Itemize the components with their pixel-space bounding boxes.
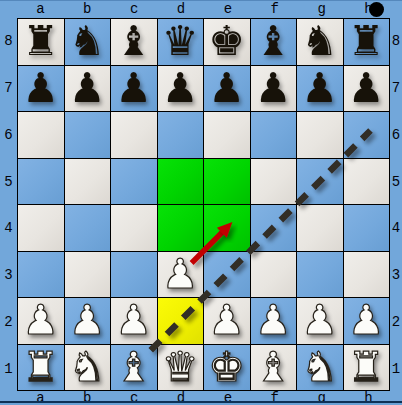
square-d8[interactable]: ♛ [158,19,204,65]
rank-label-6: 6 [0,112,17,159]
file-label-g: g [298,0,345,17]
rank-label-5: 5 [390,158,402,205]
chess-board-widget: abcdefgh abcdefgh 87654321 87654321 ♜♞♝♛… [0,0,402,405]
rank-label-6: 6 [390,112,402,159]
square-d7[interactable]: ♟ [158,66,204,112]
square-a1[interactable]: ♜ [18,345,64,391]
white-pawn-d3[interactable]: ♟ [162,254,199,295]
square-g4[interactable] [297,205,343,251]
white-bishop-f1[interactable]: ♝ [255,347,292,388]
white-rook-h1[interactable]: ♜ [348,347,385,388]
square-g8[interactable]: ♞ [297,19,343,65]
rank-label-4: 4 [390,205,402,252]
square-d3[interactable]: ♟ [158,252,204,298]
square-f5[interactable] [251,159,297,205]
square-h8[interactable]: ♜ [344,19,390,65]
white-pawn-g2[interactable]: ♟ [301,300,338,341]
square-c3[interactable] [111,252,157,298]
rank-label-4: 4 [0,205,17,252]
square-a2[interactable]: ♟ [18,298,64,344]
square-h3[interactable] [344,252,390,298]
black-pawn-e7[interactable]: ♟ [208,68,245,109]
square-a5[interactable] [18,159,64,205]
white-king-e1[interactable]: ♚ [208,347,245,388]
square-e1[interactable]: ♚ [204,345,250,391]
rank-label-2: 2 [390,299,402,346]
square-h7[interactable]: ♟ [344,66,390,112]
rank-label-5: 5 [0,158,17,205]
rank-label-7: 7 [0,65,17,112]
rank-label-7: 7 [390,65,402,112]
square-f2[interactable]: ♟ [251,298,297,344]
board-grid: ♜♞♝♛♚♝♞♜♟♟♟♟♟♟♟♟♟♟♟♟♟♟♟♟♜♞♝♛♚♝♞♜ [17,18,390,391]
square-e5[interactable] [204,159,250,205]
white-pawn-b2[interactable]: ♟ [69,300,106,341]
rank-label-1: 1 [0,345,17,392]
file-label-b: b [64,0,111,17]
square-d4[interactable] [158,205,204,251]
rank-label-3: 3 [0,252,17,299]
square-g1[interactable]: ♞ [297,345,343,391]
square-h6[interactable] [344,112,390,158]
square-c8[interactable]: ♝ [111,19,157,65]
square-b5[interactable] [65,159,111,205]
square-b3[interactable] [65,252,111,298]
square-b8[interactable]: ♞ [65,19,111,65]
black-bishop-f8[interactable]: ♝ [255,21,292,62]
square-c2[interactable]: ♟ [111,298,157,344]
square-a8[interactable]: ♜ [18,19,64,65]
rank-label-1: 1 [390,345,402,392]
square-h1[interactable]: ♜ [344,345,390,391]
file-label-c: c [111,0,158,17]
black-pawn-h7[interactable]: ♟ [348,68,385,109]
square-e6[interactable] [204,112,250,158]
white-pawn-c2[interactable]: ♟ [115,300,152,341]
square-g2[interactable]: ♟ [297,298,343,344]
square-f4[interactable] [251,205,297,251]
file-label-d: d [158,0,205,17]
square-e7[interactable]: ♟ [204,66,250,112]
rank-label-3: 3 [390,252,402,299]
square-b4[interactable] [65,205,111,251]
rank-label-8: 8 [0,18,17,65]
black-king-e8[interactable]: ♚ [208,21,245,62]
square-a4[interactable] [18,205,64,251]
file-label-e: e [205,0,252,17]
rank-label-2: 2 [0,299,17,346]
square-a6[interactable] [18,112,64,158]
square-a7[interactable]: ♟ [18,66,64,112]
white-pawn-f2[interactable]: ♟ [255,300,292,341]
square-c4[interactable] [111,205,157,251]
square-e8[interactable]: ♚ [204,19,250,65]
square-d6[interactable] [158,112,204,158]
square-c5[interactable] [111,159,157,205]
square-d5[interactable] [158,159,204,205]
square-g7[interactable]: ♟ [297,66,343,112]
square-e4[interactable] [204,205,250,251]
square-b2[interactable]: ♟ [65,298,111,344]
black-rook-a8[interactable]: ♜ [22,21,59,62]
square-e2[interactable]: ♟ [204,298,250,344]
square-g3[interactable] [297,252,343,298]
square-b7[interactable]: ♟ [65,66,111,112]
white-pawn-a2[interactable]: ♟ [22,300,59,341]
black-pawn-a7[interactable]: ♟ [22,68,59,109]
white-pawn-e2[interactable]: ♟ [208,300,245,341]
square-a3[interactable] [18,252,64,298]
widget-bottom-edge [0,401,402,405]
file-labels-top: abcdefgh [17,0,392,17]
square-d1[interactable]: ♛ [158,345,204,391]
white-rook-a1[interactable]: ♜ [22,347,59,388]
square-g6[interactable] [297,112,343,158]
black-rook-h8[interactable]: ♜ [348,21,385,62]
square-e3[interactable] [204,252,250,298]
square-c7[interactable]: ♟ [111,66,157,112]
file-label-a: a [17,0,64,17]
black-to-move-indicator-icon [369,2,384,17]
black-knight-g8[interactable]: ♞ [301,21,338,62]
white-pawn-h2[interactable]: ♟ [348,300,385,341]
white-knight-b1[interactable]: ♞ [69,347,106,388]
black-pawn-g7[interactable]: ♟ [301,68,338,109]
square-h4[interactable] [344,205,390,251]
rank-labels-right: 87654321 [390,18,402,392]
white-knight-g1[interactable]: ♞ [301,347,338,388]
black-pawn-b7[interactable]: ♟ [69,68,106,109]
square-g5[interactable] [297,159,343,205]
square-f3[interactable] [251,252,297,298]
square-c6[interactable] [111,112,157,158]
square-b6[interactable] [65,112,111,158]
square-h2[interactable]: ♟ [344,298,390,344]
white-queen-d1[interactable]: ♛ [162,347,199,388]
square-c1[interactable]: ♝ [111,345,157,391]
black-pawn-d7[interactable]: ♟ [162,68,199,109]
square-f1[interactable]: ♝ [251,345,297,391]
black-queen-d8[interactable]: ♛ [162,21,199,62]
black-knight-b8[interactable]: ♞ [69,21,106,62]
black-pawn-f7[interactable]: ♟ [255,68,292,109]
rank-labels-left: 87654321 [0,18,17,392]
file-label-f: f [251,0,298,17]
rank-label-8: 8 [390,18,402,65]
black-pawn-c7[interactable]: ♟ [115,68,152,109]
square-f8[interactable]: ♝ [251,19,297,65]
square-f7[interactable]: ♟ [251,66,297,112]
white-bishop-c1[interactable]: ♝ [115,347,152,388]
square-h5[interactable] [344,159,390,205]
square-d2[interactable] [158,298,204,344]
square-b1[interactable]: ♞ [65,345,111,391]
black-bishop-c8[interactable]: ♝ [115,21,152,62]
square-f6[interactable] [251,112,297,158]
